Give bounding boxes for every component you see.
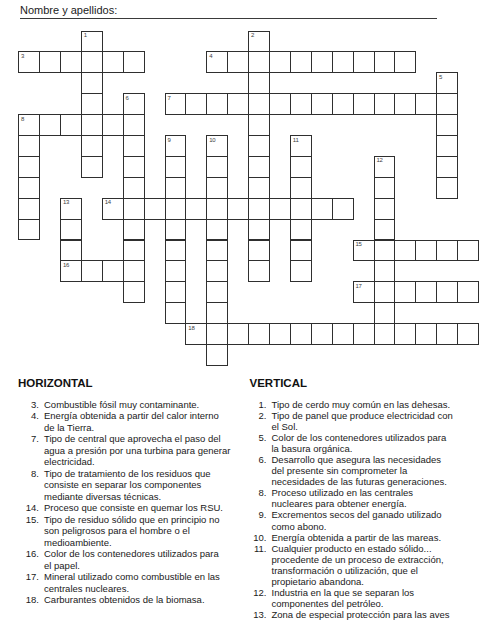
grid-cell[interactable] (81, 72, 103, 94)
grid-cell[interactable] (290, 198, 312, 220)
grid-cell[interactable] (123, 135, 145, 157)
grid-cell[interactable] (18, 156, 40, 178)
across-clue-list: 3.Combustible fósil muy contaminante.4.E… (18, 399, 250, 606)
clue-number: 6. (250, 454, 267, 465)
grid-cell[interactable] (374, 198, 396, 220)
grid-cell[interactable] (18, 177, 40, 199)
clue-item: 9.Excrementos secos del ganado utilizado… (250, 509, 498, 531)
clue-text: Proceso utilizado en las centrales nucle… (272, 487, 414, 509)
clue-text: Mineral utilizado como combustible en la… (44, 571, 220, 594)
grid-cell[interactable] (374, 302, 396, 324)
clue-number: 17. (18, 571, 39, 583)
clue-text: Proceso que consiste en quemar los RSU. (44, 502, 223, 514)
grid-cell[interactable]: 1 (81, 31, 103, 53)
grid-cell[interactable] (457, 323, 479, 345)
name-input-line[interactable] (20, 18, 437, 19)
grid-cell[interactable]: 12 (374, 156, 396, 178)
cell-clue-number: 1 (84, 32, 87, 38)
grid-cell[interactable] (436, 156, 458, 178)
grid-cell[interactable] (436, 114, 458, 136)
cell-clue-number: 14 (105, 199, 111, 205)
grid-cell[interactable] (123, 240, 145, 262)
clue-text: Industria en la que se separan los compo… (272, 587, 415, 609)
grid-cell[interactable]: 13 (60, 198, 82, 220)
cell-clue-number: 4 (209, 53, 212, 59)
grid-cell[interactable] (374, 281, 396, 303)
grid-cell[interactable] (248, 240, 270, 262)
clue-number: 10. (250, 532, 267, 543)
clue-item: 11.Cualquier producto en estado sólido..… (250, 543, 498, 587)
cell-clue-number: 6 (126, 95, 129, 101)
grid-cell[interactable] (269, 323, 291, 345)
clue-text: Energía obtenida a partir del calor inte… (44, 410, 219, 433)
clue-number: 1. (250, 399, 267, 410)
clue-text: Tipo de tratamiento de los residuos que … (44, 468, 211, 503)
clue-text: Energía obtenida a partir de las mareas. (272, 532, 442, 543)
grid-cell[interactable] (185, 93, 207, 115)
grid-cell[interactable] (332, 323, 354, 345)
cell-clue-number: 10 (209, 137, 215, 143)
grid-cell[interactable] (457, 281, 479, 303)
clue-text: Zona de especial protección para las ave… (272, 609, 450, 620)
grid-cell[interactable]: 18 (185, 323, 207, 345)
grid-cell[interactable] (374, 219, 396, 241)
grid-cell[interactable] (248, 156, 270, 178)
grid-cell[interactable] (332, 93, 354, 115)
grid-cell[interactable] (248, 93, 270, 115)
grid-cell[interactable] (248, 323, 270, 345)
grid-cell[interactable]: 8 (18, 114, 40, 136)
grid-cell[interactable] (332, 51, 354, 73)
grid-cell[interactable] (290, 219, 312, 241)
grid-cell[interactable]: 10 (206, 135, 228, 157)
grid-cell[interactable] (394, 240, 416, 262)
grid-cell[interactable]: 6 (123, 93, 145, 115)
grid-cell[interactable] (248, 177, 270, 199)
grid-cell[interactable] (81, 260, 103, 282)
grid-cell[interactable]: 3 (18, 51, 40, 73)
grid-cell[interactable] (290, 51, 312, 73)
grid-cell[interactable] (206, 198, 228, 220)
clue-text: Cualquier producto en estado sólido... p… (272, 543, 444, 587)
grid-cell[interactable] (415, 240, 437, 262)
grid-cell[interactable] (415, 93, 437, 115)
grid-cell[interactable] (374, 240, 396, 262)
grid-cell[interactable] (102, 114, 124, 136)
grid-cell[interactable] (60, 51, 82, 73)
grid-cell[interactable] (436, 93, 458, 115)
grid-cell[interactable] (206, 302, 228, 324)
clue-text: Tipo de panel que produce electricidad c… (272, 410, 453, 432)
clue-number: 3. (18, 399, 39, 411)
down-clues-section: VERTICAL 1.Tipo de cerdo muy común en la… (250, 377, 498, 620)
grid-cell[interactable] (269, 93, 291, 115)
grid-cell[interactable] (18, 219, 40, 241)
clue-item: 7.Tipo de central que aprovecha el paso … (18, 433, 250, 468)
clue-item: 6.Desarrollo que asegura las necesidades… (250, 454, 498, 487)
clue-item: 4.Energía obtenida a partir del calor in… (18, 410, 250, 433)
grid-cell[interactable] (269, 198, 291, 220)
grid-cell[interactable] (165, 219, 187, 241)
clue-item: 15.Tipo de residuo sólido que en princip… (18, 514, 250, 549)
grid-cell[interactable] (227, 51, 249, 73)
grid-cell[interactable]: 16 (60, 260, 82, 282)
clue-text: Desarrollo que asegura las necesidades d… (272, 454, 447, 487)
cell-clue-number: 3 (21, 53, 24, 59)
grid-cell[interactable] (374, 323, 396, 345)
grid-cell[interactable] (248, 198, 270, 220)
cell-clue-number: 11 (293, 137, 299, 143)
grid-cell[interactable] (123, 114, 145, 136)
grid-cell[interactable] (415, 323, 437, 345)
grid-cell[interactable] (18, 198, 40, 220)
cell-clue-number: 15 (355, 241, 361, 247)
grid-cell[interactable] (227, 323, 249, 345)
grid-cell[interactable] (332, 198, 354, 220)
grid-cell[interactable] (269, 51, 291, 73)
cell-clue-number: 9 (167, 137, 170, 143)
clue-number: 18. (18, 594, 39, 606)
grid-cell[interactable] (206, 93, 228, 115)
grid-cell[interactable] (81, 51, 103, 73)
grid-cell[interactable] (436, 323, 458, 345)
grid-cell[interactable] (165, 156, 187, 178)
clue-number: 7. (18, 433, 39, 445)
crossword-grid: 123456789101112131415161718 (18, 31, 479, 367)
grid-cell[interactable] (436, 177, 458, 199)
grid-cell[interactable] (394, 51, 416, 73)
grid-cell[interactable] (248, 135, 270, 157)
grid-cell[interactable] (81, 114, 103, 136)
across-clues-section: HORIZONTAL 3.Combustible fósil muy conta… (18, 377, 250, 606)
clue-number: 9. (250, 509, 267, 520)
grid-cell[interactable] (165, 302, 187, 324)
grid-cell[interactable]: 5 (436, 72, 458, 94)
grid-cell[interactable] (60, 219, 82, 241)
grid-cell[interactable]: 11 (290, 135, 312, 157)
grid-cell[interactable]: 9 (165, 135, 187, 157)
grid-cell[interactable] (248, 72, 270, 94)
grid-cell[interactable] (290, 240, 312, 262)
grid-cell[interactable] (123, 156, 145, 178)
clue-number: 15. (18, 514, 39, 526)
clue-item: 1.Tipo de cerdo muy común en las dehesas… (250, 399, 498, 410)
grid-cell[interactable]: 7 (165, 93, 187, 115)
clue-item: 13.Zona de especial protección para las … (250, 609, 498, 620)
grid-cell[interactable] (206, 240, 228, 262)
grid-cell[interactable] (81, 156, 103, 178)
grid-cell[interactable] (290, 260, 312, 282)
clue-item: 8.Proceso utilizado en las centrales nuc… (250, 487, 498, 509)
worksheet-page: Nombre y apellidos: 12345678910111213141… (0, 0, 500, 621)
clue-text: Excrementos secos del ganado utilizado c… (272, 509, 442, 531)
grid-cell[interactable] (436, 240, 458, 262)
grid-cell[interactable] (206, 281, 228, 303)
grid-cell[interactable]: 4 (206, 51, 228, 73)
cell-clue-number: 16 (63, 262, 69, 268)
grid-cell[interactable] (394, 93, 416, 115)
grid-cell[interactable] (123, 51, 145, 73)
name-label: Nombre y apellidos: (20, 4, 117, 16)
cell-clue-number: 7 (167, 95, 170, 101)
grid-cell[interactable] (206, 344, 228, 366)
grid-cell[interactable] (81, 93, 103, 115)
grid-cell[interactable] (311, 93, 333, 115)
clue-number: 11. (250, 543, 267, 554)
clue-item: 16.Color de los contenedores utilizados … (18, 548, 250, 571)
grid-cell[interactable] (311, 51, 333, 73)
grid-cell[interactable] (457, 240, 479, 262)
grid-cell[interactable]: 14 (102, 198, 124, 220)
down-clue-list: 1.Tipo de cerdo muy común en las dehesas… (250, 399, 498, 621)
clue-number: 8. (18, 468, 39, 480)
clue-number: 12. (250, 587, 267, 598)
grid-cell[interactable] (123, 281, 145, 303)
clue-text: Tipo de central que aprovecha el paso de… (44, 433, 230, 468)
grid-cell[interactable] (353, 51, 375, 73)
grid-cell[interactable] (227, 93, 249, 115)
grid-cell[interactable] (144, 198, 166, 220)
grid-cell[interactable] (248, 51, 270, 73)
grid-cell[interactable] (123, 198, 145, 220)
clue-item: 17.Mineral utilizado como combustible en… (18, 571, 250, 594)
clue-item: 10.Energía obtenida a partir de las mare… (250, 532, 498, 543)
grid-cell[interactable] (374, 260, 396, 282)
grid-cell[interactable] (165, 198, 187, 220)
grid-cell[interactable]: 2 (248, 31, 270, 53)
grid-cell[interactable] (311, 323, 333, 345)
grid-cell[interactable] (415, 281, 437, 303)
clue-number: 14. (18, 502, 39, 514)
grid-cell[interactable] (60, 240, 82, 262)
cell-clue-number: 12 (376, 157, 382, 163)
grid-cell[interactable] (248, 219, 270, 241)
across-heading: HORIZONTAL (18, 377, 250, 390)
clue-number: 5. (250, 432, 267, 443)
grid-cell[interactable] (206, 219, 228, 241)
grid-cell[interactable] (165, 260, 187, 282)
grid-cell[interactable] (227, 198, 249, 220)
clue-item: 14.Proceso que consiste en quemar los RS… (18, 502, 250, 514)
grid-cell[interactable] (185, 198, 207, 220)
cell-clue-number: 2 (251, 32, 254, 38)
grid-cell[interactable] (165, 240, 187, 262)
grid-cell[interactable] (206, 323, 228, 345)
clue-item: 8.Tipo de tratamiento de los residuos qu… (18, 468, 250, 503)
cell-clue-number: 13 (63, 199, 69, 205)
grid-cell[interactable] (374, 51, 396, 73)
grid-cell[interactable] (206, 260, 228, 282)
grid-cell[interactable] (123, 260, 145, 282)
cell-clue-number: 18 (188, 325, 194, 331)
clue-text: Color de los contenedores utilizados par… (272, 432, 447, 454)
down-heading: VERTICAL (250, 377, 498, 390)
grid-cell[interactable]: 17 (353, 281, 375, 303)
grid-cell[interactable] (248, 114, 270, 136)
grid-cell[interactable] (290, 156, 312, 178)
clue-text: Color de los contenedores utilizados par… (44, 548, 219, 571)
grid-cell[interactable] (394, 323, 416, 345)
grid-cell[interactable] (165, 177, 187, 199)
grid-cell[interactable] (39, 114, 61, 136)
grid-cell[interactable] (206, 156, 228, 178)
clue-item: 5.Color de los contenedores utilizados p… (250, 432, 498, 454)
grid-cell[interactable] (248, 260, 270, 282)
cell-clue-number: 17 (355, 283, 361, 289)
grid-cell[interactable] (353, 323, 375, 345)
grid-cell[interactable] (102, 260, 124, 282)
grid-cell[interactable] (165, 281, 187, 303)
clue-item: 18.Carburantes obtenidos de la biomasa. (18, 594, 250, 606)
grid-cell[interactable] (206, 177, 228, 199)
cell-clue-number: 8 (21, 116, 24, 122)
grid-cell[interactable] (39, 51, 61, 73)
clue-text: Combustible fósil muy contaminante. (44, 399, 199, 411)
clue-item: 3.Combustible fósil muy contaminante. (18, 399, 250, 411)
grid-cell[interactable] (353, 93, 375, 115)
grid-cell[interactable] (374, 177, 396, 199)
grid-cell[interactable] (436, 135, 458, 157)
clue-item: 12.Industria en la que se separan los co… (250, 587, 498, 609)
grid-cell[interactable] (374, 93, 396, 115)
clue-number: 4. (18, 410, 39, 422)
grid-cell[interactable] (123, 219, 145, 241)
clue-number: 8. (250, 487, 267, 498)
clue-number: 2. (250, 410, 267, 421)
clue-item: 2.Tipo de panel que produce electricidad… (250, 410, 498, 432)
clue-number: 13. (250, 609, 267, 620)
grid-cell[interactable] (290, 177, 312, 199)
clue-text: Tipo de residuo sólido que en principio … (44, 514, 220, 549)
grid-cell[interactable] (18, 135, 40, 157)
grid-cell[interactable] (290, 323, 312, 345)
grid-cell[interactable] (436, 281, 458, 303)
grid-cell[interactable] (123, 177, 145, 199)
grid-cell[interactable]: 15 (353, 240, 375, 262)
grid-cell[interactable] (60, 114, 82, 136)
grid-cell[interactable] (102, 51, 124, 73)
grid-cell[interactable] (311, 198, 333, 220)
cell-clue-number: 5 (439, 74, 442, 80)
grid-cell[interactable] (394, 281, 416, 303)
grid-cell[interactable] (81, 135, 103, 157)
clue-number: 16. (18, 548, 39, 560)
clue-text: Tipo de cerdo muy común en las dehesas. (272, 399, 451, 410)
clue-text: Carburantes obtenidos de la biomasa. (44, 594, 205, 606)
grid-cell[interactable] (290, 93, 312, 115)
